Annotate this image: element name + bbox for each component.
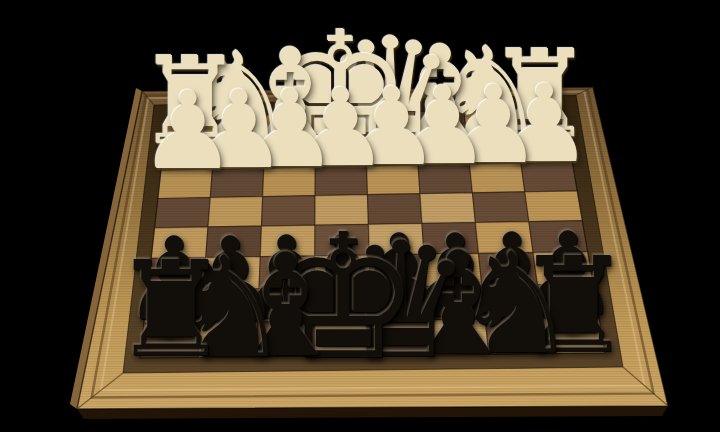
pieces-layer: ♜♞♝♛♚♝♞♜♟♟♟♟♟♟♟♟♟♟♟♟♟♟♟♟♜♞♝♛♚♝♞♜ xyxy=(0,0,720,432)
black-rook-h8[interactable]: ♜ xyxy=(112,244,230,376)
white-pawn-h2[interactable]: ♟ xyxy=(140,77,237,185)
chess-photo-scene: ♜♞♝♛♚♝♞♜♟♟♟♟♟♟♟♟♟♟♟♟♟♟♟♟♜♞♝♛♚♝♞♜ xyxy=(0,0,720,432)
